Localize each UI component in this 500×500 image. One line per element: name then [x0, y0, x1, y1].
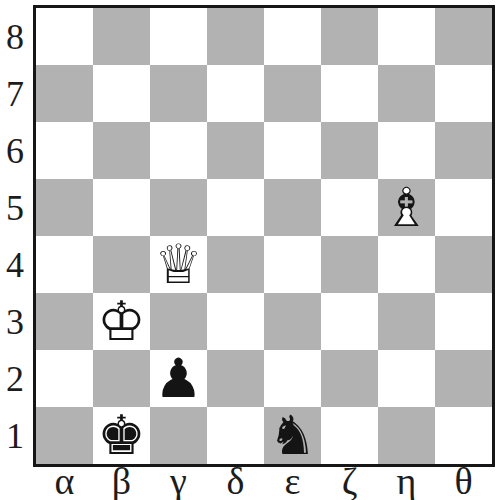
square-β2[interactable] — [93, 350, 150, 407]
square-η2[interactable] — [378, 350, 435, 407]
square-α2[interactable] — [36, 350, 93, 407]
square-ε8[interactable] — [264, 8, 321, 65]
file-labels: α β γ δ ε ζ η θ — [36, 462, 492, 498]
square-β5[interactable] — [93, 179, 150, 236]
square-γ8[interactable] — [150, 8, 207, 65]
rank-label-3: 3 — [0, 293, 30, 350]
square-γ5[interactable] — [150, 179, 207, 236]
square-β1[interactable]: ♚ — [93, 407, 150, 464]
black-king: ♚ — [93, 407, 150, 464]
file-label-delta: δ — [207, 462, 264, 500]
square-θ5[interactable] — [435, 179, 492, 236]
black-king-glyph: ♚ — [93, 407, 150, 464]
square-η6[interactable] — [378, 122, 435, 179]
square-α6[interactable] — [36, 122, 93, 179]
rank-label-6: 6 — [0, 122, 30, 179]
square-δ8[interactable] — [207, 8, 264, 65]
file-label-zeta: ζ — [321, 462, 378, 500]
square-θ3[interactable] — [435, 293, 492, 350]
square-δ1[interactable] — [207, 407, 264, 464]
square-ε1[interactable]: ♞ — [264, 407, 321, 464]
square-γ1[interactable] — [150, 407, 207, 464]
square-α3[interactable] — [36, 293, 93, 350]
square-α4[interactable] — [36, 236, 93, 293]
square-γ3[interactable] — [150, 293, 207, 350]
black-pawn: ♟ — [150, 350, 207, 407]
square-δ6[interactable] — [207, 122, 264, 179]
square-θ2[interactable] — [435, 350, 492, 407]
rank-label-7: 7 — [0, 65, 30, 122]
square-η8[interactable] — [378, 8, 435, 65]
square-γ6[interactable] — [150, 122, 207, 179]
white-king: ♚♔ — [93, 293, 150, 350]
square-η4[interactable] — [378, 236, 435, 293]
white-bishop-glyph: ♗ — [378, 179, 435, 236]
square-ζ4[interactable] — [321, 236, 378, 293]
square-β4[interactable] — [93, 236, 150, 293]
black-pawn-glyph: ♟ — [150, 350, 207, 407]
rank-label-5: 5 — [0, 179, 30, 236]
square-δ2[interactable] — [207, 350, 264, 407]
chess-board: ♝♗♛♕♚♔♟♚♞ — [33, 5, 495, 467]
square-δ5[interactable] — [207, 179, 264, 236]
square-ε3[interactable] — [264, 293, 321, 350]
square-γ7[interactable] — [150, 65, 207, 122]
square-γ4[interactable]: ♛♕ — [150, 236, 207, 293]
file-label-epsilon: ε — [264, 462, 321, 500]
square-β3[interactable]: ♚♔ — [93, 293, 150, 350]
square-α1[interactable] — [36, 407, 93, 464]
square-δ7[interactable] — [207, 65, 264, 122]
rank-label-1: 1 — [0, 407, 30, 464]
square-η7[interactable] — [378, 65, 435, 122]
file-label-theta: θ — [435, 462, 492, 500]
square-θ7[interactable] — [435, 65, 492, 122]
square-β6[interactable] — [93, 122, 150, 179]
square-ε5[interactable] — [264, 179, 321, 236]
square-ε6[interactable] — [264, 122, 321, 179]
rank-labels: 8 7 6 5 4 3 2 1 — [0, 8, 30, 464]
square-δ4[interactable] — [207, 236, 264, 293]
square-δ3[interactable] — [207, 293, 264, 350]
white-queen: ♛♕ — [150, 236, 207, 293]
square-θ8[interactable] — [435, 8, 492, 65]
square-ζ8[interactable] — [321, 8, 378, 65]
white-king-glyph: ♔ — [93, 293, 150, 350]
square-η1[interactable] — [378, 407, 435, 464]
square-ε2[interactable] — [264, 350, 321, 407]
chess-diagram-page: 8 7 6 5 4 3 2 1 ♝♗♛♕♚♔♟♚♞ α β γ δ ε ζ η … — [0, 0, 500, 500]
file-label-gamma: γ — [150, 462, 207, 500]
square-γ2[interactable]: ♟ — [150, 350, 207, 407]
square-ε7[interactable] — [264, 65, 321, 122]
square-β8[interactable] — [93, 8, 150, 65]
square-β7[interactable] — [93, 65, 150, 122]
rank-label-8: 8 — [0, 8, 30, 65]
file-label-eta: η — [378, 462, 435, 500]
file-label-alpha: α — [36, 462, 93, 500]
square-α5[interactable] — [36, 179, 93, 236]
square-ζ3[interactable] — [321, 293, 378, 350]
black-knight-glyph: ♞ — [264, 407, 321, 464]
rank-label-2: 2 — [0, 350, 30, 407]
white-bishop: ♝♗ — [378, 179, 435, 236]
rank-label-4: 4 — [0, 236, 30, 293]
file-label-beta: β — [93, 462, 150, 500]
square-ζ7[interactable] — [321, 65, 378, 122]
square-θ6[interactable] — [435, 122, 492, 179]
square-η5[interactable]: ♝♗ — [378, 179, 435, 236]
square-ζ6[interactable] — [321, 122, 378, 179]
square-ζ5[interactable] — [321, 179, 378, 236]
black-knight: ♞ — [264, 407, 321, 464]
square-ζ2[interactable] — [321, 350, 378, 407]
square-θ4[interactable] — [435, 236, 492, 293]
square-α7[interactable] — [36, 65, 93, 122]
white-queen-glyph: ♕ — [150, 236, 207, 293]
square-ζ1[interactable] — [321, 407, 378, 464]
square-ε4[interactable] — [264, 236, 321, 293]
square-θ1[interactable] — [435, 407, 492, 464]
square-α8[interactable] — [36, 8, 93, 65]
square-η3[interactable] — [378, 293, 435, 350]
